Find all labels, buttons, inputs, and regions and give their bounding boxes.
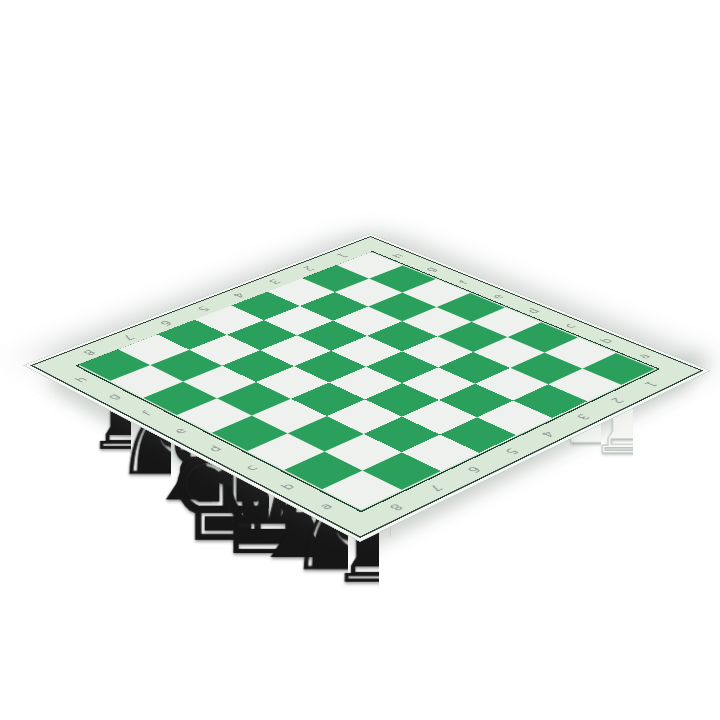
rank-label-5: 5 bbox=[194, 305, 212, 313]
rank-label-4: 4 bbox=[230, 291, 248, 299]
file-label-d: d bbox=[205, 444, 225, 454]
scene: abcdefgh abcdefgh 87654321 87654321 ♜♞♝♛… bbox=[0, 0, 720, 720]
rank-label-1: 1 bbox=[640, 380, 660, 389]
square-e4 bbox=[331, 336, 402, 367]
rank-label-3: 3 bbox=[573, 412, 594, 421]
file-label-b: b bbox=[597, 337, 616, 345]
file-label-b: b bbox=[278, 481, 299, 491]
rank-label-3: 3 bbox=[265, 278, 283, 285]
rank-label-8: 8 bbox=[385, 502, 407, 513]
board-field: ♜♞♝♛♚♝♞♜♟♟♟♟♟♟♟♟♟♟♟♟♟♟♟♟♜♞♝♛♚♝♞♜ bbox=[78, 252, 654, 509]
file-label-h: h bbox=[72, 375, 91, 384]
file-label-e: e bbox=[171, 426, 191, 435]
board-frame: ♜♞♝♛♚♝♞♜♟♟♟♟♟♟♟♟♟♟♟♟♟♟♟♟♜♞♝♛♚♝♞♜ bbox=[75, 251, 660, 512]
rank-label-7: 7 bbox=[425, 483, 447, 493]
rank-label-4: 4 bbox=[537, 429, 558, 439]
square-e3 bbox=[367, 321, 437, 351]
rank-label-5: 5 bbox=[501, 446, 522, 456]
rank-label-7: 7 bbox=[119, 333, 137, 341]
rank-label-6: 6 bbox=[157, 319, 175, 327]
rank-label-8: 8 bbox=[80, 348, 98, 356]
file-label-g: g bbox=[104, 392, 123, 401]
product-photo-canvas: abcdefgh abcdefgh 87654321 87654321 ♜♞♝♛… bbox=[0, 0, 720, 720]
rank-label-6: 6 bbox=[463, 464, 484, 474]
rank-label-2: 2 bbox=[607, 396, 628, 405]
file-label-a: a bbox=[316, 501, 337, 512]
file-label-f: f bbox=[138, 409, 154, 417]
chess-board: abcdefgh abcdefgh 87654321 87654321 ♜♞♝♛… bbox=[30, 236, 703, 538]
rank-label-2: 2 bbox=[299, 265, 317, 272]
file-label-c: c bbox=[241, 463, 261, 473]
